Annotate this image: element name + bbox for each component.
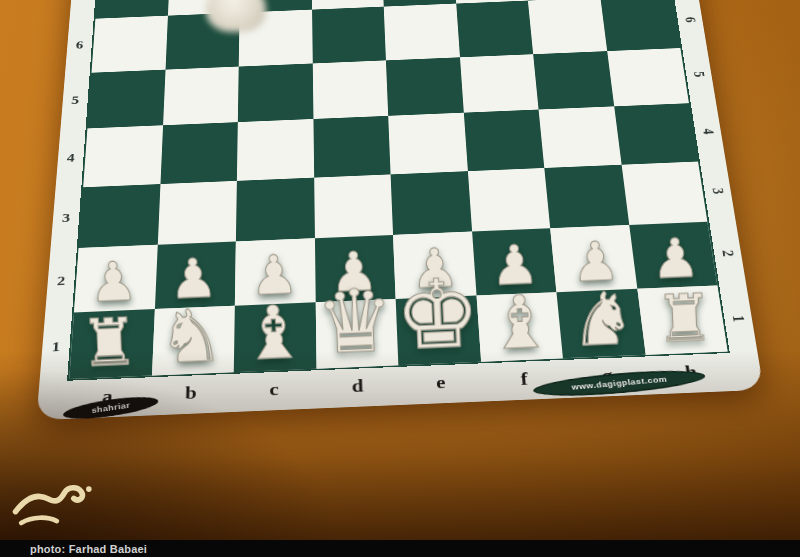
square-c3 [236, 177, 315, 241]
square-g5 [533, 51, 614, 110]
square-a4 [83, 125, 162, 187]
file-label-c: c [232, 377, 316, 402]
board-scene: 87654321 87654321 ♟♟♟♟♟♟♟♟♜♞♝♛♚♝♞♜ abcde… [0, 0, 800, 557]
square-h4 [614, 103, 698, 164]
square-c5 [238, 63, 313, 122]
piece-white-bishop-f1: ♝ [486, 284, 554, 360]
square-a6 [92, 16, 168, 73]
square-d4 [313, 116, 391, 177]
square-g1: ♞ [556, 288, 645, 358]
square-h3 [621, 161, 707, 225]
rank-label-left-3: 3 [50, 187, 81, 250]
square-d1: ♛ [315, 299, 398, 369]
photo-credit-text: photo: Farhad Babaei [30, 543, 147, 555]
square-b1: ♞ [151, 305, 234, 375]
square-h2: ♟ [629, 222, 717, 289]
square-g3 [544, 164, 629, 228]
square-f6 [456, 1, 533, 57]
photo-stage: 87654321 87654321 ♟♟♟♟♟♟♟♟♜♞♝♛♚♝♞♜ abcde… [0, 0, 800, 557]
square-g6 [528, 0, 607, 54]
square-b5 [163, 66, 239, 125]
square-h6 [600, 0, 680, 51]
shahriar-brand-oval: shahriar [62, 393, 159, 423]
square-a5 [87, 69, 165, 128]
file-label-e: e [399, 370, 484, 395]
square-a3 [79, 184, 160, 248]
chess-mat: 87654321 87654321 ♟♟♟♟♟♟♟♟♜♞♝♛♚♝♞♜ abcde… [36, 0, 763, 420]
square-a2: ♟ [74, 245, 157, 312]
out-of-focus-piece-top-edge [206, 0, 266, 32]
piece-white-rook-h1: ♜ [654, 285, 715, 352]
square-e6 [384, 4, 460, 60]
square-b4 [160, 122, 238, 184]
square-f4 [463, 110, 544, 171]
piece-white-rook-a1: ♜ [79, 309, 140, 376]
piece-white-bishop-c1: ♝ [239, 295, 307, 371]
square-c4 [237, 119, 314, 181]
square-f1: ♝ [476, 292, 563, 362]
square-e4 [388, 113, 467, 174]
dagigplast-brand-label: www.dagigplast.com [571, 375, 668, 391]
square-b3 [157, 180, 237, 244]
piece-white-queen-d1: ♛ [315, 277, 396, 367]
board: ♟♟♟♟♟♟♟♟♜♞♝♛♚♝♞♜ [67, 0, 730, 381]
square-d5 [312, 60, 388, 119]
piece-white-pawn-h2: ♟ [650, 230, 701, 286]
tasnim-agency-logo [8, 477, 102, 535]
file-label-b: b [149, 380, 233, 405]
piece-white-knight-g1: ♞ [568, 281, 636, 357]
file-label-h: h [648, 360, 734, 385]
square-d3 [314, 174, 393, 238]
square-c1: ♝ [234, 302, 316, 372]
square-g4 [539, 106, 622, 167]
shahriar-brand-label: shahriar [91, 401, 130, 415]
square-e3 [391, 171, 472, 235]
square-h1: ♜ [637, 285, 728, 355]
piece-white-knight-b1: ♞ [157, 298, 225, 374]
square-h5 [607, 48, 689, 107]
file-label-d: d [316, 373, 400, 398]
square-e1: ♚ [396, 295, 481, 365]
square-d6 [312, 7, 386, 64]
piece-white-king-e1: ♚ [393, 266, 482, 364]
square-e5 [386, 57, 463, 116]
piece-white-pawn-a2: ♟ [88, 254, 139, 310]
square-a1: ♜ [69, 309, 154, 379]
square-f3 [467, 168, 550, 232]
photo-credit-bar: photo: Farhad Babaei [0, 540, 800, 557]
square-f5 [460, 54, 539, 113]
